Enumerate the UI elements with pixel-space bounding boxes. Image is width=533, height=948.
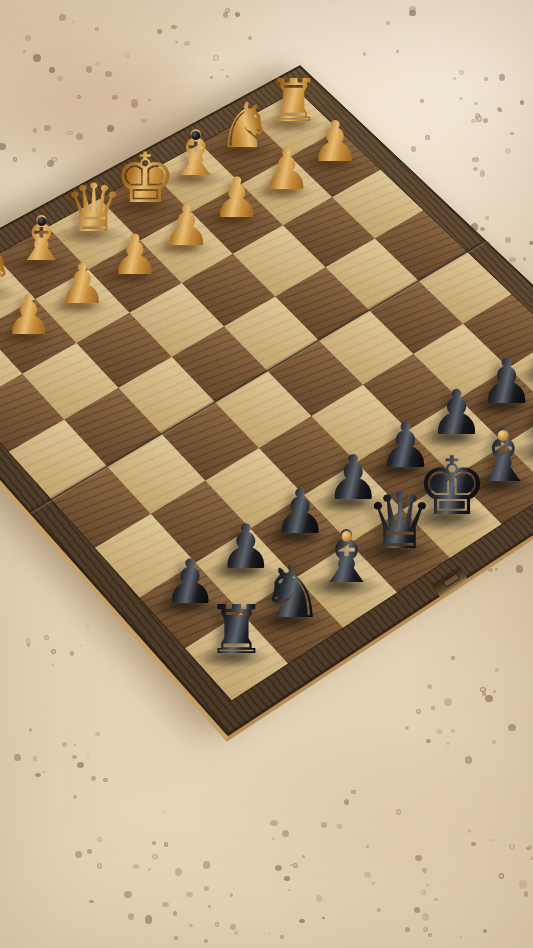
wood-pore [459, 97, 462, 100]
wood-pore [221, 69, 224, 71]
wood-pore [59, 14, 66, 21]
wood-pore [44, 166, 46, 167]
wood-pore [77, 762, 84, 768]
wood-pore [472, 157, 478, 163]
wood-pore [105, 71, 112, 77]
wood-pore [189, 924, 193, 927]
wood-pore [453, 77, 456, 80]
wood-pore [87, 849, 92, 854]
wood-pore [351, 790, 356, 794]
wood-pore [131, 99, 139, 108]
wood-pore [80, 645, 82, 647]
wood-pore [44, 635, 49, 640]
wood-pore [174, 936, 178, 940]
wood-pore [386, 21, 390, 25]
wood-pore [422, 868, 427, 873]
wood-pore [103, 778, 108, 782]
wood-pore [480, 170, 486, 177]
wood-pore [26, 638, 31, 643]
honey-ball-finial-icon [498, 430, 509, 441]
wood-pore [425, 135, 430, 140]
wood-pore [67, 131, 73, 136]
wood-pore [87, 758, 89, 760]
wood-pore [234, 931, 238, 934]
wood-pore [204, 886, 209, 891]
wood-pore [396, 50, 399, 53]
wood-pore [204, 939, 208, 943]
wood-pore [322, 917, 325, 920]
wood-pore [215, 922, 220, 927]
wood-pore [124, 891, 131, 898]
wood-pore [87, 625, 89, 627]
wood-pore [436, 729, 443, 734]
wood-pore [47, 160, 54, 167]
wood-pore [164, 842, 169, 846]
wood-pore [76, 133, 83, 140]
wood-pore [0, 143, 6, 150]
wood-pore [77, 95, 81, 99]
wood-pore [377, 908, 381, 912]
wood-pore [97, 863, 102, 869]
wood-pore [33, 54, 41, 62]
wood-pore [86, 66, 92, 72]
wood-pore [483, 929, 487, 933]
wood-pore [51, 649, 56, 654]
wood-pore [275, 865, 282, 871]
wood-pore [421, 890, 426, 895]
wood-pore [451, 729, 456, 733]
wood-pore [213, 55, 219, 61]
wood-pore [226, 75, 229, 78]
wood-pore [148, 99, 151, 101]
wood-pore [157, 29, 163, 34]
wood-pore [337, 824, 342, 829]
wood-pore [422, 913, 430, 921]
wood-pore [451, 656, 455, 660]
wood-pore [520, 100, 525, 105]
wood-pore [480, 687, 486, 692]
table-surface: ♜♞♝♛♚♝♞♜♟♟♟♟♟♟♟♟♟♟♟♟♟♟♟♟♜♞♝♛♚♝♞♜ [0, 0, 533, 948]
wood-pore [73, 795, 77, 799]
wood-pore [516, 565, 523, 573]
wood-pore [230, 893, 234, 897]
wood-pore [141, 119, 147, 124]
wood-pore [14, 754, 21, 761]
wood-pore [499, 84, 501, 85]
wood-pore [148, 868, 151, 870]
wood-pore [493, 690, 496, 694]
wood-pore [112, 95, 119, 100]
wood-pore [230, 924, 236, 930]
wood-pore [284, 876, 290, 881]
wood-pore [210, 76, 214, 79]
wood-pore [269, 932, 271, 934]
wood-pore [427, 684, 432, 689]
wood-pore [508, 724, 516, 732]
wood-pore [499, 74, 506, 81]
white-pawn-glyph: ♟ [261, 141, 311, 197]
wood-pore [335, 2, 337, 4]
wood-pore [510, 132, 513, 135]
wood-pore [459, 70, 464, 75]
wood-pore [33, 756, 37, 760]
wood-pore [288, 889, 290, 891]
wood-pore [13, 157, 18, 162]
white-pawn-glyph: ♟ [310, 114, 360, 170]
wood-pore [62, 742, 67, 747]
white-pawn-glyph: ♟ [212, 169, 262, 225]
black-rook-glyph: ♜ [206, 597, 266, 664]
wood-pore [476, 115, 482, 122]
wood-pore [529, 241, 533, 245]
wood-pore [505, 237, 511, 243]
wood-pore [299, 919, 305, 924]
wood-pore [505, 148, 511, 154]
wood-pore [484, 77, 489, 81]
white-pawn-glyph: ♟ [110, 227, 160, 283]
wood-pore [125, 53, 130, 58]
wood-pore [280, 935, 284, 939]
wood-pore [344, 799, 349, 805]
wood-pore [489, 839, 493, 842]
wood-pore [186, 892, 193, 898]
wood-pore [42, 771, 45, 773]
wood-pore [411, 146, 417, 152]
black-knight-glyph: ♞ [260, 557, 325, 629]
wood-pore [152, 841, 156, 845]
wood-pore [523, 257, 526, 261]
wood-pore [420, 99, 425, 103]
wood-pore [49, 67, 55, 73]
wood-pore [152, 854, 158, 860]
wood-pore [498, 108, 502, 112]
wood-pore [128, 913, 134, 920]
wood-pore [519, 880, 527, 889]
wood-pore [444, 698, 452, 706]
wood-pore [480, 227, 484, 231]
wood-pore [282, 830, 289, 837]
wood-pore [483, 118, 488, 122]
wood-pore [364, 872, 371, 878]
wood-pore [72, 21, 74, 23]
wood-pore [44, 125, 51, 132]
white-pawn-glyph: ♟ [161, 198, 211, 254]
wood-pore [74, 744, 77, 746]
wood-pore [524, 891, 529, 897]
wood-pore [33, 128, 38, 133]
wood-pore [293, 863, 299, 868]
wood-pore [29, 728, 32, 732]
wood-pore [95, 62, 99, 66]
wood-pore [416, 709, 422, 714]
wood-pore [270, 820, 278, 826]
wood-pore [495, 668, 499, 672]
white-pawn-glyph: ♟ [4, 288, 53, 343]
wood-pore [175, 41, 178, 43]
wood-pore [396, 809, 401, 815]
wood-pore [25, 35, 31, 41]
wood-pore [316, 895, 322, 902]
wood-pore [184, 41, 191, 46]
wood-pore [57, 76, 64, 82]
wood-pore [485, 216, 489, 221]
wood-pore [405, 927, 410, 932]
wood-pore [423, 927, 428, 932]
white-pawn-glyph: ♟ [58, 257, 108, 312]
wood-pore [446, 742, 450, 745]
wood-pore [203, 861, 211, 869]
wood-pore [460, 936, 462, 938]
wood-pore [414, 907, 420, 913]
wood-pore [434, 898, 437, 901]
wood-pore [528, 845, 532, 849]
wood-pore [248, 36, 252, 40]
wood-pore [208, 905, 212, 908]
wood-pore [499, 873, 504, 879]
wood-pore [163, 811, 165, 813]
wood-pore [235, 12, 240, 17]
wood-pore [107, 125, 114, 132]
wood-pore [171, 25, 176, 29]
wood-pore [32, 148, 36, 152]
wood-pore [302, 855, 305, 858]
wood-pore [75, 851, 82, 858]
wood-pore [162, 902, 169, 907]
wood-pore [70, 651, 75, 656]
wood-pore [27, 643, 31, 647]
wood-pore [173, 911, 178, 916]
wood-pore [473, 167, 478, 172]
wood-pore [426, 884, 430, 888]
wood-pore [509, 844, 515, 849]
honey-ball-finial-icon [341, 531, 352, 542]
wood-pore [145, 915, 153, 924]
wood-pore [95, 732, 100, 736]
wood-pore [372, 882, 376, 886]
wood-pore [465, 756, 473, 765]
wood-pore [485, 695, 493, 702]
wood-pore [23, 50, 26, 53]
wood-pore [363, 52, 366, 56]
wood-pore [89, 900, 94, 904]
wood-pore [133, 864, 139, 868]
wood-pore [405, 726, 409, 730]
wood-pore [431, 706, 435, 710]
wood-pore [97, 837, 102, 842]
wood-pore [91, 776, 97, 782]
wood-pore [415, 855, 422, 861]
wood-pore [175, 868, 183, 877]
wood-pore [471, 842, 476, 846]
wood-pore [492, 740, 496, 744]
wood-pore [321, 822, 328, 827]
wood-pore [52, 663, 54, 665]
wood-pore [509, 257, 515, 262]
wood-pore [468, 829, 472, 833]
wood-pore [35, 773, 41, 777]
wood-pore [95, 27, 99, 31]
wood-pore [495, 568, 498, 571]
wood-pore [272, 837, 275, 839]
wood-pore [426, 739, 431, 744]
wood-pore [223, 12, 229, 18]
wood-pore [474, 102, 478, 105]
wood-pore [530, 547, 532, 548]
wood-pore [409, 6, 417, 12]
wood-pore [72, 755, 77, 758]
wood-pore [428, 933, 432, 936]
wood-pore [366, 845, 369, 848]
